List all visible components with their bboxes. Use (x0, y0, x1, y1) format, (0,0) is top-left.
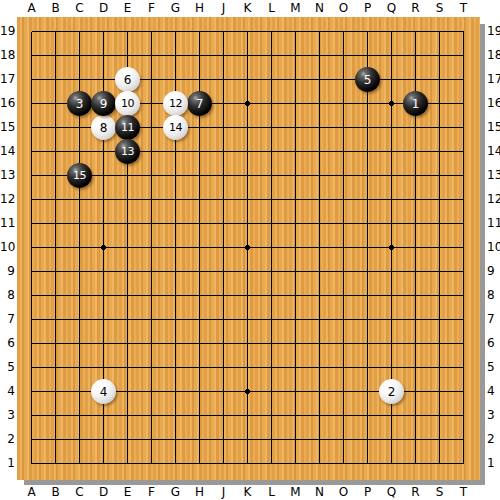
col-label-bottom-D: D (92, 485, 116, 500)
row-label-left-18: 18 (0, 48, 15, 63)
col-label-bottom-F: F (140, 485, 164, 500)
stone-black-c16-move-3[interactable]: 3 (67, 91, 92, 116)
move-number: 13 (121, 146, 134, 157)
move-number: 8 (100, 122, 108, 134)
row-label-right-2: 2 (487, 432, 500, 447)
col-label-bottom-E: E (116, 485, 140, 500)
move-number: 6 (124, 74, 132, 86)
col-label-top-B: B (44, 1, 68, 16)
stone-white-d15-move-8[interactable]: 8 (91, 115, 116, 140)
star-point-Q10 (389, 245, 394, 250)
col-label-bottom-G: G (164, 485, 188, 500)
col-label-top-T: T (452, 1, 476, 16)
col-label-bottom-T: T (452, 485, 476, 500)
move-number: 15 (73, 170, 86, 181)
col-label-top-F: F (140, 1, 164, 16)
row-label-left-2: 2 (0, 432, 15, 447)
star-point-D10 (101, 245, 106, 250)
row-label-right-8: 8 (487, 288, 500, 303)
row-label-right-16: 16 (487, 96, 500, 111)
move-number: 7 (196, 98, 204, 110)
row-label-right-10: 10 (487, 240, 500, 255)
row-label-left-15: 15 (0, 120, 15, 135)
row-label-left-14: 14 (0, 144, 15, 159)
row-label-left-11: 11 (0, 216, 15, 231)
move-number: 1 (412, 98, 420, 110)
stone-white-q4-move-2[interactable]: 2 (379, 379, 404, 404)
col-label-top-G: G (164, 1, 188, 16)
row-label-right-1: 1 (487, 456, 500, 471)
move-number: 14 (169, 122, 182, 133)
star-point-K16 (245, 101, 250, 106)
col-label-bottom-Q: Q (380, 485, 404, 500)
move-number: 9 (100, 98, 108, 110)
col-label-top-D: D (92, 1, 116, 16)
row-label-left-13: 13 (0, 168, 15, 183)
move-number: 11 (121, 122, 134, 133)
row-label-right-3: 3 (487, 408, 500, 423)
col-label-bottom-J: J (212, 485, 236, 500)
star-point-K10 (245, 245, 250, 250)
row-label-left-1: 1 (0, 456, 15, 471)
col-label-top-Q: Q (380, 1, 404, 16)
col-label-bottom-C: C (68, 485, 92, 500)
col-label-bottom-A: A (20, 485, 44, 500)
row-label-left-7: 7 (0, 312, 15, 327)
col-label-top-J: J (212, 1, 236, 16)
stone-black-r16-move-1[interactable]: 1 (403, 91, 428, 116)
col-label-bottom-H: H (188, 485, 212, 500)
row-label-right-14: 14 (487, 144, 500, 159)
row-label-left-5: 5 (0, 360, 15, 375)
col-label-bottom-K: K (236, 485, 260, 500)
col-label-top-H: H (188, 1, 212, 16)
star-point-K4 (245, 389, 250, 394)
stone-black-d16-move-9[interactable]: 9 (91, 91, 116, 116)
stone-white-g15-move-14[interactable]: 14 (163, 115, 188, 140)
row-label-right-6: 6 (487, 336, 500, 351)
row-label-right-19: 19 (487, 24, 500, 39)
stone-white-d4-move-4[interactable]: 4 (91, 379, 116, 404)
row-label-right-18: 18 (487, 48, 500, 63)
col-label-top-S: S (428, 1, 452, 16)
col-label-top-L: L (260, 1, 284, 16)
row-label-right-9: 9 (487, 264, 500, 279)
row-label-left-6: 6 (0, 336, 15, 351)
col-label-bottom-N: N (308, 485, 332, 500)
move-number: 3 (76, 98, 84, 110)
row-label-right-7: 7 (487, 312, 500, 327)
col-label-bottom-O: O (332, 485, 356, 500)
move-number: 4 (100, 386, 108, 398)
stone-black-c13-move-15[interactable]: 15 (67, 163, 92, 188)
row-label-left-9: 9 (0, 264, 15, 279)
stone-black-h16-move-7[interactable]: 7 (187, 91, 212, 116)
row-label-left-12: 12 (0, 192, 15, 207)
row-label-right-11: 11 (487, 216, 500, 231)
row-label-left-16: 16 (0, 96, 15, 111)
star-point-Q16 (389, 101, 394, 106)
col-label-top-K: K (236, 1, 260, 16)
col-label-top-A: A (20, 1, 44, 16)
row-label-right-5: 5 (487, 360, 500, 375)
col-label-bottom-R: R (404, 485, 428, 500)
move-number: 10 (121, 98, 134, 109)
row-label-right-12: 12 (487, 192, 500, 207)
row-label-left-3: 3 (0, 408, 15, 423)
row-label-left-17: 17 (0, 72, 15, 87)
row-label-right-13: 13 (487, 168, 500, 183)
col-label-bottom-S: S (428, 485, 452, 500)
move-number: 12 (169, 98, 182, 109)
col-label-bottom-M: M (284, 485, 308, 500)
col-label-top-M: M (284, 1, 308, 16)
row-label-right-15: 15 (487, 120, 500, 135)
stone-white-e16-move-10[interactable]: 10 (115, 91, 140, 116)
row-label-left-19: 19 (0, 24, 15, 39)
col-label-top-N: N (308, 1, 332, 16)
move-number: 5 (364, 74, 372, 86)
go-board[interactable]: 123456789101112131415 (17, 17, 480, 480)
col-label-top-O: O (332, 1, 356, 16)
row-label-right-4: 4 (487, 384, 500, 399)
row-label-right-17: 17 (487, 72, 500, 87)
col-label-bottom-B: B (44, 485, 68, 500)
move-number: 2 (388, 386, 396, 398)
stone-black-e14-move-13[interactable]: 13 (115, 139, 140, 164)
row-label-left-4: 4 (0, 384, 15, 399)
stone-black-p17-move-5[interactable]: 5 (355, 67, 380, 92)
stone-white-g16-move-12[interactable]: 12 (163, 91, 188, 116)
stone-black-e15-move-11[interactable]: 11 (115, 115, 140, 140)
col-label-top-P: P (356, 1, 380, 16)
go-diagram-page: 123456789101112131415 AABBCCDDEEFFGGHHJJ… (0, 0, 500, 500)
row-label-left-8: 8 (0, 288, 15, 303)
row-label-left-10: 10 (0, 240, 15, 255)
stone-white-e17-move-6[interactable]: 6 (115, 67, 140, 92)
col-label-top-C: C (68, 1, 92, 16)
col-label-bottom-L: L (260, 485, 284, 500)
col-label-top-E: E (116, 1, 140, 16)
col-label-top-R: R (404, 1, 428, 16)
col-label-bottom-P: P (356, 485, 380, 500)
